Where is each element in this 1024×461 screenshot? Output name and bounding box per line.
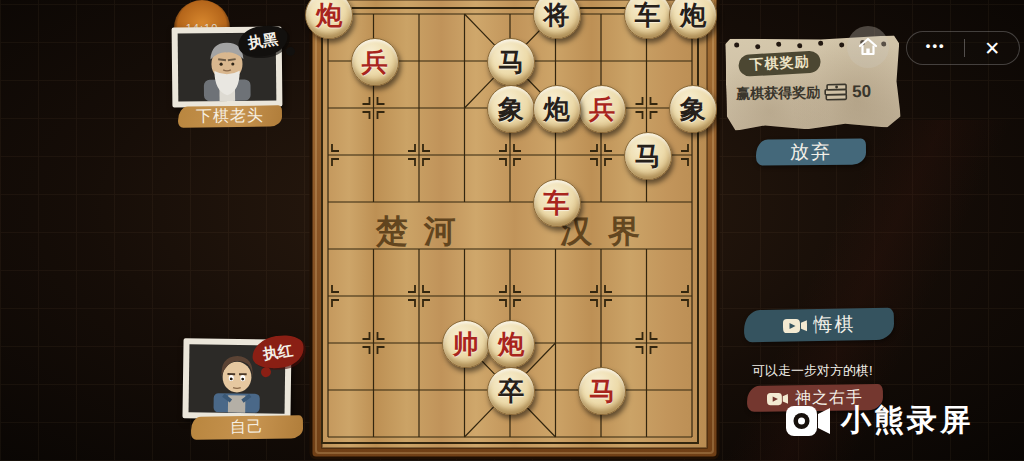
more-menu-button[interactable]: ••• — [926, 38, 946, 59]
note-hole — [734, 43, 739, 48]
home-button[interactable] — [847, 26, 889, 68]
self-nameplate: 自己 — [191, 415, 303, 440]
screen-recorder-watermark: 小熊录屏 — [785, 400, 973, 441]
give-up-label: 放弃 — [790, 139, 832, 165]
opponent-name: 下棋老头 — [196, 106, 264, 128]
undo-move-button[interactable]: 悔棋 — [744, 308, 895, 343]
piece-black-horse[interactable]: 马 — [624, 132, 672, 180]
reward-note-title: 下棋奖励 — [738, 50, 821, 77]
video-ad-icon — [782, 317, 806, 334]
river-label-left: 楚河 — [375, 212, 472, 250]
piece-red-soldier[interactable]: 兵 — [351, 38, 399, 86]
piece-red-cannon[interactable]: 炮 — [487, 320, 535, 368]
money-icon — [823, 82, 849, 103]
capsule-divider — [964, 39, 965, 57]
note-hole — [755, 44, 760, 49]
piece-black-soldier[interactable]: 卒 — [487, 367, 535, 415]
close-button[interactable]: ✕ — [984, 39, 1000, 58]
note-hole — [818, 41, 823, 46]
watermark-label: 小熊录屏 — [841, 400, 973, 441]
camera-icon — [785, 402, 831, 440]
self-name: 自己 — [230, 417, 264, 438]
opponent-nameplate: 下棋老头 — [178, 105, 282, 127]
piece-black-cannon[interactable]: 炮 — [533, 85, 581, 133]
note-hole — [776, 42, 781, 47]
reward-note-desc: 赢棋获得奖励 — [736, 84, 820, 104]
home-icon — [856, 35, 880, 59]
piece-red-soldier[interactable]: 兵 — [578, 85, 626, 133]
piece-red-chariot[interactable]: 车 — [533, 179, 581, 227]
piece-black-elephant[interactable]: 象 — [669, 85, 717, 133]
game-screen: 楚河 汉界 炮兵兵车帅炮马将车炮马象炮象马卒 14:10 执黑 下棋老头 — [0, 0, 1024, 461]
undo-label: 悔棋 — [813, 311, 855, 338]
piece-red-general[interactable]: 帅 — [442, 320, 490, 368]
reward-amount: 50 — [852, 82, 871, 102]
self-side-badge-label: 执红 — [262, 340, 295, 363]
give-up-button[interactable]: 放弃 — [756, 139, 866, 166]
note-hole — [839, 42, 844, 47]
piece-black-horse[interactable]: 马 — [487, 38, 535, 86]
window-capsule: ••• ✕ — [906, 31, 1020, 65]
gods-hand-hint: 可以走一步对方的棋! — [752, 362, 912, 380]
note-hole — [797, 43, 802, 48]
piece-red-horse[interactable]: 马 — [578, 367, 626, 415]
piece-black-elephant[interactable]: 象 — [487, 85, 535, 133]
opponent-side-badge-label: 执黑 — [247, 29, 280, 52]
